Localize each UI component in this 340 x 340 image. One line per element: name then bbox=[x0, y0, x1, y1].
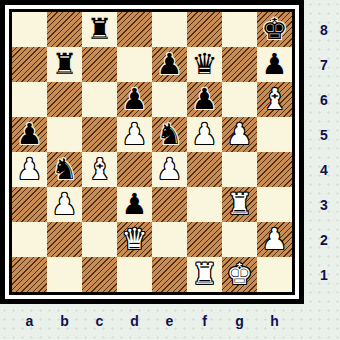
rank-label-3: 3 bbox=[312, 187, 336, 222]
square-b8[interactable] bbox=[47, 12, 82, 47]
square-a6[interactable] bbox=[12, 82, 47, 117]
square-c4[interactable]: ♝ bbox=[82, 152, 117, 187]
square-d3[interactable]: ♟ bbox=[117, 187, 152, 222]
square-h3[interactable] bbox=[257, 187, 292, 222]
square-b4[interactable]: ♞ bbox=[47, 152, 82, 187]
white-pawn[interactable]: ♟ bbox=[262, 222, 288, 257]
square-a7[interactable] bbox=[12, 47, 47, 82]
square-d8[interactable] bbox=[117, 12, 152, 47]
square-g6[interactable] bbox=[222, 82, 257, 117]
square-c8[interactable]: ♜ bbox=[82, 12, 117, 47]
white-king[interactable]: ♚ bbox=[227, 257, 253, 292]
file-label-g: g bbox=[222, 310, 257, 332]
square-d7[interactable] bbox=[117, 47, 152, 82]
rank-label-5: 5 bbox=[312, 117, 336, 152]
square-e1[interactable] bbox=[152, 257, 187, 292]
square-d6[interactable]: ♟ bbox=[117, 82, 152, 117]
square-f2[interactable] bbox=[187, 222, 222, 257]
white-pawn[interactable]: ♟ bbox=[52, 187, 78, 222]
black-rook[interactable]: ♜ bbox=[52, 47, 78, 82]
file-label-a: a bbox=[12, 310, 47, 332]
square-g5[interactable]: ♟ bbox=[222, 117, 257, 152]
square-b1[interactable] bbox=[47, 257, 82, 292]
white-bishop[interactable]: ♝ bbox=[262, 82, 288, 117]
rank-label-8: 8 bbox=[312, 12, 336, 47]
square-d4[interactable] bbox=[117, 152, 152, 187]
white-queen[interactable]: ♛ bbox=[122, 222, 148, 257]
square-e3[interactable] bbox=[152, 187, 187, 222]
square-g1[interactable]: ♚ bbox=[222, 257, 257, 292]
square-h8[interactable]: ♚ bbox=[257, 12, 292, 47]
chess-board: ♜♚♜♟♛♟♟♟♝♟♟♞♟♟♟♞♝♟♟♟♜♛♟♜♚ bbox=[12, 12, 292, 292]
square-b2[interactable] bbox=[47, 222, 82, 257]
rank-label-2: 2 bbox=[312, 222, 336, 257]
white-bishop[interactable]: ♝ bbox=[87, 152, 113, 187]
white-pawn[interactable]: ♟ bbox=[227, 117, 253, 152]
black-pawn[interactable]: ♟ bbox=[122, 82, 148, 117]
square-h7[interactable]: ♟ bbox=[257, 47, 292, 82]
black-king[interactable]: ♚ bbox=[262, 12, 288, 47]
black-pawn[interactable]: ♟ bbox=[192, 82, 218, 117]
square-f6[interactable]: ♟ bbox=[187, 82, 222, 117]
square-a1[interactable] bbox=[12, 257, 47, 292]
square-c2[interactable] bbox=[82, 222, 117, 257]
rank-label-1: 1 bbox=[312, 257, 336, 292]
file-label-f: f bbox=[187, 310, 222, 332]
square-e6[interactable] bbox=[152, 82, 187, 117]
square-c3[interactable] bbox=[82, 187, 117, 222]
file-labels: abcdefgh bbox=[12, 310, 292, 332]
square-g8[interactable] bbox=[222, 12, 257, 47]
file-label-e: e bbox=[152, 310, 187, 332]
rank-labels: 87654321 bbox=[312, 12, 336, 292]
square-g2[interactable] bbox=[222, 222, 257, 257]
square-f1[interactable]: ♜ bbox=[187, 257, 222, 292]
rank-label-7: 7 bbox=[312, 47, 336, 82]
white-pawn[interactable]: ♟ bbox=[17, 152, 43, 187]
square-f5[interactable]: ♟ bbox=[187, 117, 222, 152]
square-h5[interactable] bbox=[257, 117, 292, 152]
square-b7[interactable]: ♜ bbox=[47, 47, 82, 82]
file-label-d: d bbox=[117, 310, 152, 332]
square-b3[interactable]: ♟ bbox=[47, 187, 82, 222]
black-pawn[interactable]: ♟ bbox=[17, 117, 43, 152]
square-e4[interactable]: ♟ bbox=[152, 152, 187, 187]
square-h6[interactable]: ♝ bbox=[257, 82, 292, 117]
square-h2[interactable]: ♟ bbox=[257, 222, 292, 257]
white-rook[interactable]: ♜ bbox=[227, 187, 253, 222]
file-label-c: c bbox=[82, 310, 117, 332]
white-rook[interactable]: ♜ bbox=[192, 257, 218, 292]
square-b5[interactable] bbox=[47, 117, 82, 152]
square-c7[interactable] bbox=[82, 47, 117, 82]
black-knight[interactable]: ♞ bbox=[157, 117, 183, 152]
square-d2[interactable]: ♛ bbox=[117, 222, 152, 257]
rank-label-4: 4 bbox=[312, 152, 336, 187]
square-a2[interactable] bbox=[12, 222, 47, 257]
board-frame: ♜♚♜♟♛♟♟♟♝♟♟♞♟♟♟♞♝♟♟♟♜♛♟♜♚ bbox=[0, 0, 304, 304]
black-pawn[interactable]: ♟ bbox=[122, 187, 148, 222]
square-g4[interactable] bbox=[222, 152, 257, 187]
square-b6[interactable] bbox=[47, 82, 82, 117]
square-f4[interactable] bbox=[187, 152, 222, 187]
white-pawn[interactable]: ♟ bbox=[192, 117, 218, 152]
square-h1[interactable] bbox=[257, 257, 292, 292]
square-c6[interactable] bbox=[82, 82, 117, 117]
square-a5[interactable]: ♟ bbox=[12, 117, 47, 152]
square-g7[interactable] bbox=[222, 47, 257, 82]
board-inner-frame: ♜♚♜♟♛♟♟♟♝♟♟♞♟♟♟♞♝♟♟♟♜♛♟♜♚ bbox=[9, 9, 295, 295]
black-knight[interactable]: ♞ bbox=[52, 152, 78, 187]
square-a8[interactable] bbox=[12, 12, 47, 47]
square-a4[interactable]: ♟ bbox=[12, 152, 47, 187]
square-g3[interactable]: ♜ bbox=[222, 187, 257, 222]
square-h4[interactable] bbox=[257, 152, 292, 187]
square-f3[interactable] bbox=[187, 187, 222, 222]
square-e5[interactable]: ♞ bbox=[152, 117, 187, 152]
black-queen[interactable]: ♛ bbox=[192, 47, 218, 82]
square-f7[interactable]: ♛ bbox=[187, 47, 222, 82]
square-a3[interactable] bbox=[12, 187, 47, 222]
black-rook[interactable]: ♜ bbox=[87, 12, 113, 47]
square-d5[interactable]: ♟ bbox=[117, 117, 152, 152]
square-f8[interactable] bbox=[187, 12, 222, 47]
square-c1[interactable] bbox=[82, 257, 117, 292]
square-e2[interactable] bbox=[152, 222, 187, 257]
file-label-h: h bbox=[257, 310, 292, 332]
white-pawn[interactable]: ♟ bbox=[122, 117, 148, 152]
black-pawn[interactable]: ♟ bbox=[262, 47, 288, 82]
square-c5[interactable] bbox=[82, 117, 117, 152]
square-e7[interactable]: ♟ bbox=[152, 47, 187, 82]
square-e8[interactable] bbox=[152, 12, 187, 47]
black-pawn[interactable]: ♟ bbox=[157, 47, 183, 82]
rank-label-6: 6 bbox=[312, 82, 336, 117]
square-d1[interactable] bbox=[117, 257, 152, 292]
file-label-b: b bbox=[47, 310, 82, 332]
white-pawn[interactable]: ♟ bbox=[157, 152, 183, 187]
